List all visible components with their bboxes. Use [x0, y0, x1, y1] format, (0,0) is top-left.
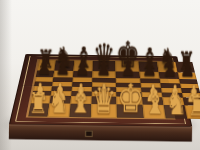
black-pawn[interactable]: ♟ [55, 56, 70, 78]
playing-area: ♜♞♝♛♚♝♞♜♟♟♟♟♟♟♟♟♟♟♟♟♟♟♟♟♜♞♝♛♚♝♞♜ [26, 59, 176, 119]
square-c7[interactable]: ♟ [72, 71, 92, 78]
square-h1[interactable]: ♜ [185, 105, 200, 119]
square-g7[interactable]: ♟ [159, 72, 179, 79]
black-pawn[interactable]: ♟ [37, 56, 52, 78]
white-bishop[interactable]: ♝ [144, 86, 167, 119]
white-bishop[interactable]: ♝ [69, 85, 92, 118]
box-front-side [9, 124, 192, 142]
white-king[interactable]: ♚ [116, 79, 144, 119]
square-a7[interactable]: ♟ [36, 70, 54, 77]
white-rook[interactable]: ♜ [28, 89, 48, 118]
black-pawn[interactable]: ♟ [142, 57, 157, 79]
white-rook[interactable]: ♜ [187, 91, 200, 120]
white-queen[interactable]: ♛ [91, 81, 117, 118]
square-d7[interactable]: ♟ [93, 71, 116, 78]
white-knight[interactable]: ♞ [48, 86, 70, 118]
clasp-icon [85, 130, 93, 137]
black-pawn[interactable]: ♟ [180, 58, 195, 80]
square-a1[interactable]: ♜ [28, 103, 49, 117]
square-f1[interactable]: ♝ [142, 105, 166, 119]
white-knight[interactable]: ♞ [166, 88, 188, 120]
black-pawn[interactable]: ♟ [97, 57, 112, 79]
black-pawn[interactable]: ♟ [162, 58, 177, 80]
square-e1[interactable]: ♚ [116, 104, 144, 118]
square-c1[interactable]: ♝ [69, 104, 92, 118]
square-b1[interactable]: ♞ [48, 103, 71, 117]
square-h7[interactable]: ♟ [178, 72, 197, 79]
black-pawn[interactable]: ♟ [75, 57, 90, 79]
chess-board: ♜♞♝♛♚♝♞♜♟♟♟♟♟♟♟♟♟♟♟♟♟♟♟♟♜♞♝♛♚♝♞♜ [9, 54, 192, 127]
scene: ♜♞♝♛♚♝♞♜♟♟♟♟♟♟♟♟♟♟♟♟♟♟♟♟♜♞♝♛♚♝♞♜ [0, 0, 200, 150]
square-b7[interactable]: ♟ [53, 71, 73, 78]
square-d1[interactable]: ♛ [91, 104, 116, 118]
board-grid: ♜♞♝♛♚♝♞♜♟♟♟♟♟♟♟♟♟♟♟♟♟♟♟♟♜♞♝♛♚♝♞♜ [28, 60, 173, 119]
photo-background: ♜♞♝♛♚♝♞♜♟♟♟♟♟♟♟♟♟♟♟♟♟♟♟♟♜♞♝♛♚♝♞♜ [0, 0, 200, 150]
square-g1[interactable]: ♞ [164, 105, 187, 119]
